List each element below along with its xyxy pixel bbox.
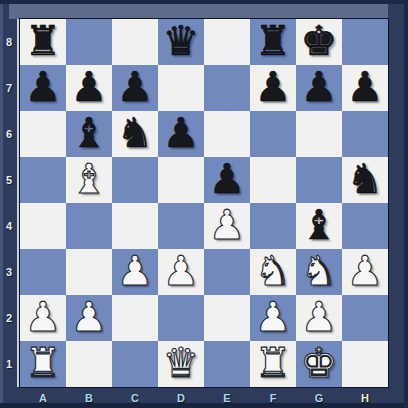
square-d2[interactable] — [158, 295, 204, 341]
square-b7[interactable]: ♟ — [66, 65, 112, 111]
file-label-g: G — [296, 387, 342, 408]
piece-black-knight-h5[interactable]: ♞ — [347, 159, 384, 200]
piece-black-pawn-b7[interactable]: ♟ — [71, 67, 108, 108]
square-e1[interactable] — [204, 341, 250, 387]
file-label-c: C — [112, 387, 158, 408]
rank-label-8: 8 — [0, 19, 18, 65]
square-b1[interactable] — [66, 341, 112, 387]
piece-black-pawn-c7[interactable]: ♟ — [117, 67, 154, 108]
square-a6[interactable] — [20, 111, 66, 157]
square-a8[interactable]: ♜ — [20, 19, 66, 65]
piece-black-pawn-d6[interactable]: ♟ — [163, 113, 200, 154]
square-a1[interactable]: ♜ — [20, 341, 66, 387]
square-f4[interactable] — [250, 203, 296, 249]
piece-black-rook-a8[interactable]: ♜ — [25, 21, 62, 62]
piece-white-knight-g3[interactable]: ♞ — [301, 251, 338, 292]
chessboard-frame: ♜♛♜♚♟♟♟♟♟♟♝♞♟♝♟♞♟♝♟♟♞♞♟♟♟♟♟♜♛♜♚ 87654321… — [0, 0, 408, 408]
square-f8[interactable]: ♜ — [250, 19, 296, 65]
piece-black-rook-f8[interactable]: ♜ — [255, 21, 292, 62]
square-d3[interactable]: ♟ — [158, 249, 204, 295]
square-c7[interactable]: ♟ — [112, 65, 158, 111]
piece-black-pawn-a7[interactable]: ♟ — [25, 67, 62, 108]
square-d8[interactable]: ♛ — [158, 19, 204, 65]
piece-black-knight-c6[interactable]: ♞ — [117, 113, 154, 154]
square-d4[interactable] — [158, 203, 204, 249]
square-c2[interactable] — [112, 295, 158, 341]
square-g3[interactable]: ♞ — [296, 249, 342, 295]
square-g5[interactable] — [296, 157, 342, 203]
square-b6[interactable]: ♝ — [66, 111, 112, 157]
chess-board: ♜♛♜♚♟♟♟♟♟♟♝♞♟♝♟♞♟♝♟♟♞♞♟♟♟♟♟♜♛♜♚ — [20, 19, 388, 387]
file-label-e: E — [204, 387, 250, 408]
file-labels: ABCDEFGH — [20, 387, 388, 408]
square-b3[interactable] — [66, 249, 112, 295]
square-g8[interactable]: ♚ — [296, 19, 342, 65]
square-d6[interactable]: ♟ — [158, 111, 204, 157]
square-h3[interactable]: ♟ — [342, 249, 388, 295]
file-label-f: F — [250, 387, 296, 408]
square-e7[interactable] — [204, 65, 250, 111]
square-e6[interactable] — [204, 111, 250, 157]
piece-white-pawn-b2[interactable]: ♟ — [71, 297, 108, 338]
square-d5[interactable] — [158, 157, 204, 203]
square-g4[interactable]: ♝ — [296, 203, 342, 249]
square-a2[interactable]: ♟ — [20, 295, 66, 341]
file-label-a: A — [20, 387, 66, 408]
square-d1[interactable]: ♛ — [158, 341, 204, 387]
piece-black-pawn-h7[interactable]: ♟ — [347, 67, 384, 108]
file-label-d: D — [158, 387, 204, 408]
square-c5[interactable] — [112, 157, 158, 203]
rank-label-4: 4 — [0, 203, 18, 249]
piece-white-pawn-a2[interactable]: ♟ — [25, 297, 62, 338]
file-label-h: H — [342, 387, 388, 408]
square-h2[interactable] — [342, 295, 388, 341]
square-c8[interactable] — [112, 19, 158, 65]
piece-white-knight-f3[interactable]: ♞ — [255, 251, 292, 292]
square-a4[interactable] — [20, 203, 66, 249]
square-a3[interactable] — [20, 249, 66, 295]
rank-label-2: 2 — [0, 295, 18, 341]
rank-labels: 87654321 — [0, 19, 18, 387]
piece-white-rook-a1[interactable]: ♜ — [25, 343, 62, 384]
piece-white-rook-f1[interactable]: ♜ — [255, 343, 292, 384]
piece-white-pawn-h3[interactable]: ♟ — [347, 251, 384, 292]
square-f2[interactable]: ♟ — [250, 295, 296, 341]
piece-white-pawn-c3[interactable]: ♟ — [117, 251, 154, 292]
square-g6[interactable] — [296, 111, 342, 157]
rank-label-7: 7 — [0, 65, 18, 111]
piece-black-bishop-g4[interactable]: ♝ — [301, 205, 338, 246]
square-b8[interactable] — [66, 19, 112, 65]
rank-label-1: 1 — [0, 341, 18, 387]
piece-white-pawn-e4[interactable]: ♟ — [209, 205, 246, 246]
piece-black-pawn-e5[interactable]: ♟ — [209, 159, 246, 200]
square-e2[interactable] — [204, 295, 250, 341]
piece-black-king-g8[interactable]: ♚ — [301, 21, 338, 62]
piece-black-pawn-f7[interactable]: ♟ — [255, 67, 292, 108]
square-e5[interactable]: ♟ — [204, 157, 250, 203]
piece-white-pawn-g2[interactable]: ♟ — [301, 297, 338, 338]
square-g1[interactable]: ♚ — [296, 341, 342, 387]
square-c3[interactable]: ♟ — [112, 249, 158, 295]
square-f7[interactable]: ♟ — [250, 65, 296, 111]
piece-black-pawn-g7[interactable]: ♟ — [301, 67, 338, 108]
rank-label-5: 5 — [0, 157, 18, 203]
square-h8[interactable] — [342, 19, 388, 65]
square-a5[interactable] — [20, 157, 66, 203]
square-b2[interactable]: ♟ — [66, 295, 112, 341]
square-h6[interactable] — [342, 111, 388, 157]
square-g2[interactable]: ♟ — [296, 295, 342, 341]
square-c6[interactable]: ♞ — [112, 111, 158, 157]
square-b4[interactable] — [66, 203, 112, 249]
piece-white-pawn-d3[interactable]: ♟ — [163, 251, 200, 292]
square-f6[interactable] — [250, 111, 296, 157]
square-e4[interactable]: ♟ — [204, 203, 250, 249]
square-c1[interactable] — [112, 341, 158, 387]
piece-black-queen-d8[interactable]: ♛ — [163, 21, 200, 62]
piece-white-bishop-b5[interactable]: ♝ — [71, 159, 108, 200]
square-h4[interactable] — [342, 203, 388, 249]
square-f5[interactable] — [250, 157, 296, 203]
rank-label-6: 6 — [0, 111, 18, 157]
square-h5[interactable]: ♞ — [342, 157, 388, 203]
square-e3[interactable] — [204, 249, 250, 295]
square-a7[interactable]: ♟ — [20, 65, 66, 111]
square-e8[interactable] — [204, 19, 250, 65]
piece-white-pawn-f2[interactable]: ♟ — [255, 297, 292, 338]
square-d7[interactable] — [158, 65, 204, 111]
piece-black-bishop-b6[interactable]: ♝ — [71, 113, 108, 154]
piece-white-king-g1[interactable]: ♚ — [301, 343, 338, 384]
square-c4[interactable] — [112, 203, 158, 249]
square-b5[interactable]: ♝ — [66, 157, 112, 203]
square-h7[interactable]: ♟ — [342, 65, 388, 111]
square-f3[interactable]: ♞ — [250, 249, 296, 295]
square-h1[interactable] — [342, 341, 388, 387]
file-label-b: B — [66, 387, 112, 408]
square-f1[interactable]: ♜ — [250, 341, 296, 387]
square-g7[interactable]: ♟ — [296, 65, 342, 111]
rank-label-3: 3 — [0, 249, 18, 295]
piece-white-queen-d1[interactable]: ♛ — [163, 343, 200, 384]
